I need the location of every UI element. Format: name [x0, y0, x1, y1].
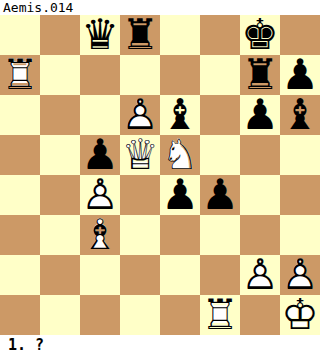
square-h1[interactable]: ♚♔: [280, 295, 320, 335]
white-rook: ♖: [0, 55, 40, 95]
move-prompt: 1. ?: [8, 336, 44, 354]
white-pawn-fill: ♟: [280, 255, 320, 295]
square-d7[interactable]: [120, 55, 160, 95]
square-e2[interactable]: [160, 255, 200, 295]
square-h2[interactable]: ♟♙: [280, 255, 320, 295]
white-bishop-fill: ♝: [80, 215, 120, 255]
square-g5[interactable]: [240, 135, 280, 175]
black-king: ♚: [240, 15, 280, 55]
square-g2[interactable]: ♟♙: [240, 255, 280, 295]
white-bishop: ♗: [80, 215, 120, 255]
square-a8[interactable]: [0, 15, 40, 55]
square-e6[interactable]: ♝: [160, 95, 200, 135]
white-pawn-fill: ♟: [80, 175, 120, 215]
square-d2[interactable]: [120, 255, 160, 295]
square-c8[interactable]: ♛: [80, 15, 120, 55]
square-h8[interactable]: [280, 15, 320, 55]
black-pawn: ♟: [160, 175, 200, 215]
white-pawn-fill: ♟: [120, 95, 160, 135]
square-a7[interactable]: ♜♖: [0, 55, 40, 95]
white-knight-fill: ♞: [160, 135, 200, 175]
square-a3[interactable]: [0, 215, 40, 255]
square-f6[interactable]: [200, 95, 240, 135]
white-knight: ♘: [160, 135, 200, 175]
square-c5[interactable]: ♟: [80, 135, 120, 175]
square-c4[interactable]: ♟♙: [80, 175, 120, 215]
black-rook: ♜: [240, 55, 280, 95]
black-rook: ♜: [120, 15, 160, 55]
white-pawn: ♙: [120, 95, 160, 135]
square-b6[interactable]: [40, 95, 80, 135]
square-b4[interactable]: [40, 175, 80, 215]
white-pawn-fill: ♟: [240, 255, 280, 295]
square-b3[interactable]: [40, 215, 80, 255]
square-e3[interactable]: [160, 215, 200, 255]
black-queen: ♛: [80, 15, 120, 55]
square-f8[interactable]: [200, 15, 240, 55]
square-h4[interactable]: [280, 175, 320, 215]
white-pawn: ♙: [80, 175, 120, 215]
white-queen: ♕: [120, 135, 160, 175]
square-h6[interactable]: ♝: [280, 95, 320, 135]
square-e8[interactable]: [160, 15, 200, 55]
square-g6[interactable]: ♟: [240, 95, 280, 135]
square-f4[interactable]: ♟: [200, 175, 240, 215]
square-f3[interactable]: [200, 215, 240, 255]
square-f5[interactable]: [200, 135, 240, 175]
square-f7[interactable]: [200, 55, 240, 95]
square-h7[interactable]: ♟: [280, 55, 320, 95]
chess-board: ♛♜♚♜♖♜♟♟♙♝♟♝♟♛♕♞♘♟♙♟♟♝♗♟♙♟♙♜♖♚♔: [0, 15, 320, 335]
black-pawn: ♟: [200, 175, 240, 215]
black-pawn: ♟: [240, 95, 280, 135]
square-g8[interactable]: ♚: [240, 15, 280, 55]
square-d3[interactable]: [120, 215, 160, 255]
square-g7[interactable]: ♜: [240, 55, 280, 95]
white-queen-fill: ♛: [120, 135, 160, 175]
square-d6[interactable]: ♟♙: [120, 95, 160, 135]
black-bishop: ♝: [280, 95, 320, 135]
white-rook-fill: ♜: [200, 295, 240, 335]
square-g3[interactable]: [240, 215, 280, 255]
square-a6[interactable]: [0, 95, 40, 135]
square-b2[interactable]: [40, 255, 80, 295]
square-d5[interactable]: ♛♕: [120, 135, 160, 175]
square-c2[interactable]: [80, 255, 120, 295]
square-b7[interactable]: [40, 55, 80, 95]
black-pawn: ♟: [280, 55, 320, 95]
square-b8[interactable]: [40, 15, 80, 55]
white-pawn: ♙: [280, 255, 320, 295]
square-a2[interactable]: [0, 255, 40, 295]
black-pawn: ♟: [80, 135, 120, 175]
white-king: ♔: [280, 295, 320, 335]
square-e7[interactable]: [160, 55, 200, 95]
square-g1[interactable]: [240, 295, 280, 335]
square-e4[interactable]: ♟: [160, 175, 200, 215]
white-pawn: ♙: [240, 255, 280, 295]
square-d8[interactable]: ♜: [120, 15, 160, 55]
square-h5[interactable]: [280, 135, 320, 175]
square-a5[interactable]: [0, 135, 40, 175]
square-f1[interactable]: ♜♖: [200, 295, 240, 335]
white-rook: ♖: [200, 295, 240, 335]
square-c6[interactable]: [80, 95, 120, 135]
square-b5[interactable]: [40, 135, 80, 175]
square-c3[interactable]: ♝♗: [80, 215, 120, 255]
square-d4[interactable]: [120, 175, 160, 215]
white-king-fill: ♚: [280, 295, 320, 335]
white-rook-fill: ♜: [0, 55, 40, 95]
square-b1[interactable]: [40, 295, 80, 335]
black-bishop: ♝: [160, 95, 200, 135]
square-d1[interactable]: [120, 295, 160, 335]
square-c7[interactable]: [80, 55, 120, 95]
square-a4[interactable]: [0, 175, 40, 215]
square-e5[interactable]: ♞♘: [160, 135, 200, 175]
square-f2[interactable]: [200, 255, 240, 295]
diagram-title: Aemis.014: [3, 0, 73, 15]
square-h3[interactable]: [280, 215, 320, 255]
square-c1[interactable]: [80, 295, 120, 335]
square-e1[interactable]: [160, 295, 200, 335]
square-a1[interactable]: [0, 295, 40, 335]
square-g4[interactable]: [240, 175, 280, 215]
